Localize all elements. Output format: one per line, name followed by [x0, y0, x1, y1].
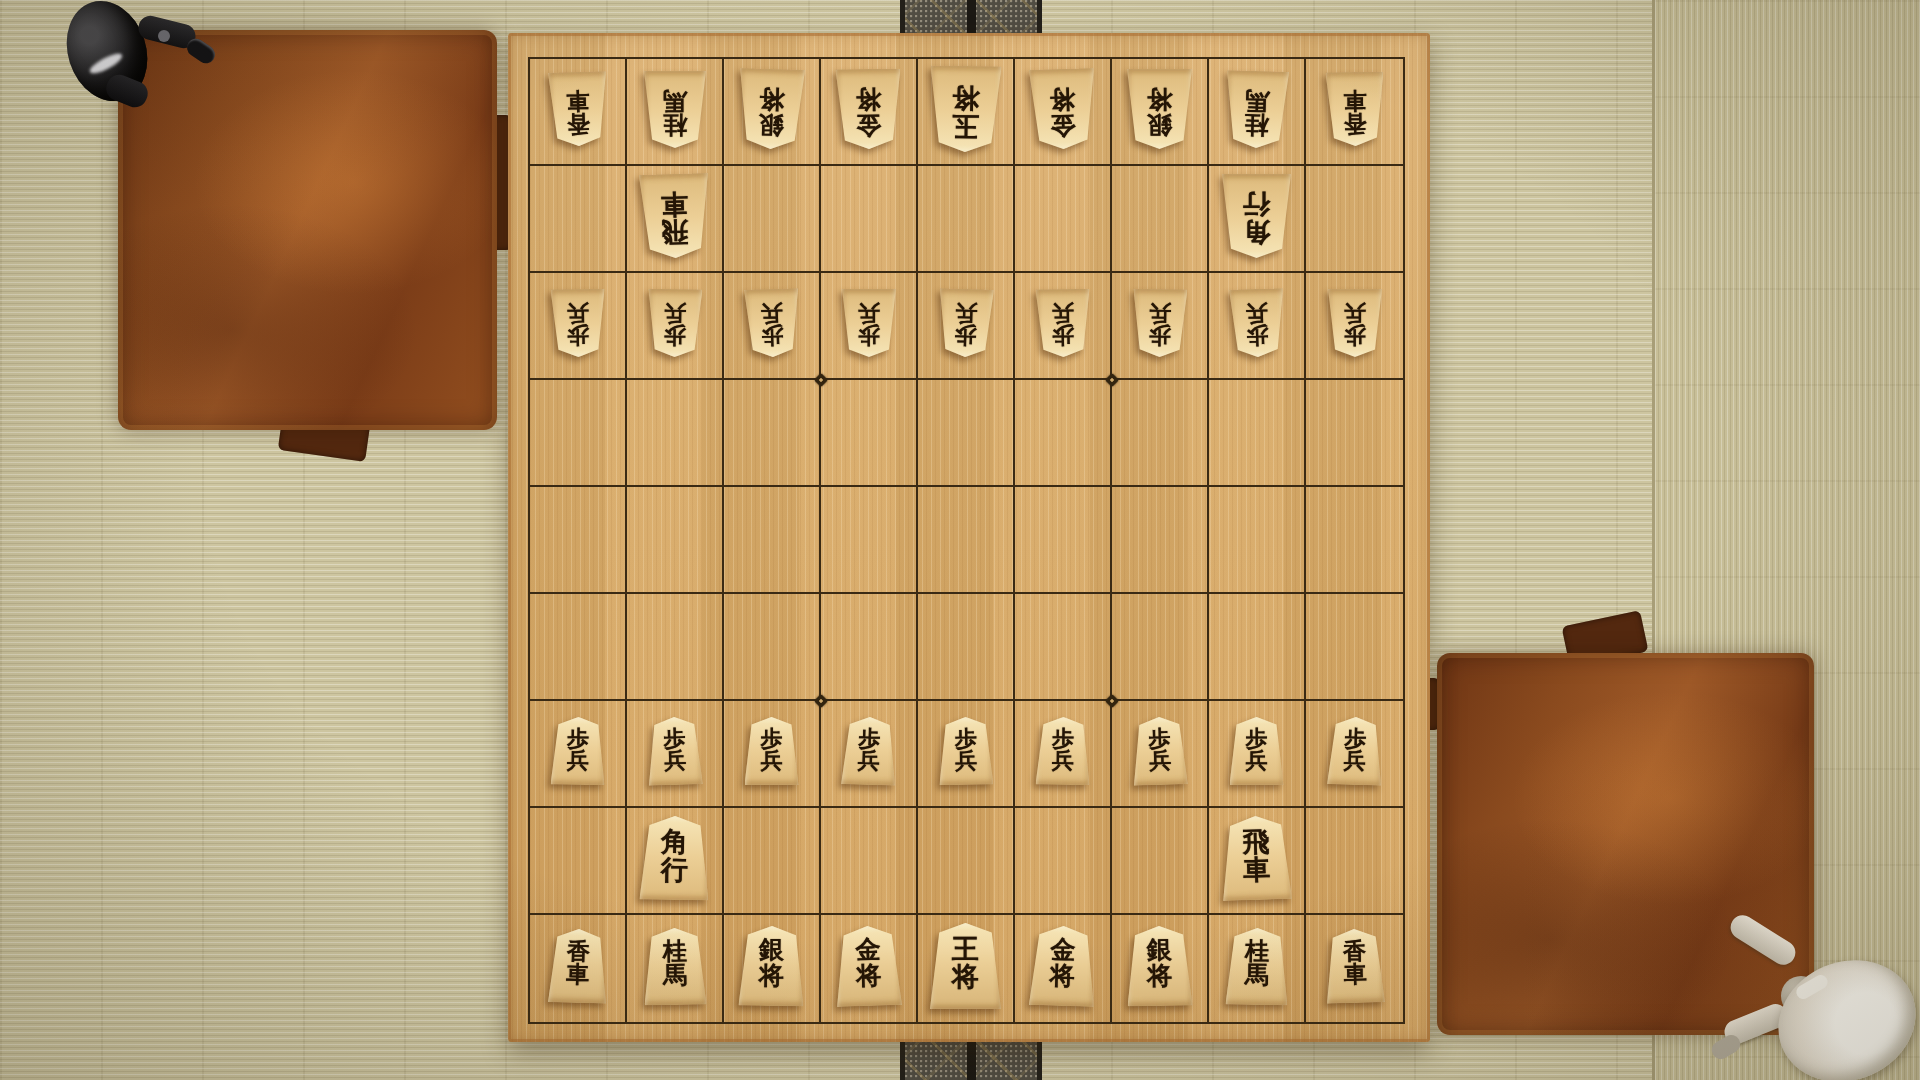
piece-kanji: 飛 — [661, 218, 689, 246]
piece-kanji: 行 — [1243, 191, 1270, 219]
board-cell[interactable] — [821, 487, 918, 594]
piece-kanji: 将 — [952, 85, 979, 113]
shogi-piece-fu[interactable]: 歩兵 — [1133, 289, 1187, 357]
shogi-board: 香車桂馬銀将金将玉将金将銀将桂馬香車飛車角行歩兵歩兵歩兵歩兵歩兵歩兵歩兵歩兵歩兵… — [508, 33, 1430, 1042]
board-cell[interactable]: 王将 — [918, 915, 1015, 1022]
piece-kanji: 将 — [856, 87, 881, 113]
piece-kanji: 角 — [1243, 218, 1270, 246]
piece-kanji: 歩 — [1246, 727, 1268, 749]
shogi-piece-kyo[interactable]: 香車 — [549, 72, 607, 146]
board-cell[interactable] — [821, 594, 918, 701]
piece-kanji: 馬 — [663, 88, 687, 112]
board-cell[interactable] — [918, 166, 1015, 273]
robot-joint — [158, 30, 170, 42]
board-cell[interactable]: 歩兵 — [918, 273, 1015, 380]
board-cell[interactable]: 歩兵 — [530, 701, 627, 808]
board-cell[interactable] — [530, 166, 627, 273]
shogi-piece-gin[interactable]: 銀将 — [1127, 926, 1192, 1006]
board-cell[interactable]: 金将 — [821, 915, 918, 1022]
board-cell[interactable]: 歩兵 — [1209, 273, 1306, 380]
shogi-piece-kyo[interactable]: 香車 — [1326, 929, 1384, 1003]
board-cell[interactable]: 銀将 — [724, 915, 821, 1022]
board-cell[interactable] — [724, 166, 821, 273]
shogi-piece-fu[interactable]: 歩兵 — [1230, 717, 1284, 785]
piece-kanji: 香 — [1342, 939, 1366, 963]
shogi-piece-fu[interactable]: 歩兵 — [939, 717, 993, 785]
piece-kanji: 金 — [1050, 937, 1076, 963]
board-cell[interactable]: 飛車 — [627, 166, 724, 273]
shogi-piece-fu[interactable]: 歩兵 — [939, 289, 993, 357]
board-cell[interactable]: 香車 — [1306, 915, 1403, 1022]
shogi-piece-kei[interactable]: 桂馬 — [1226, 928, 1288, 1005]
piece-kanji: 兵 — [857, 749, 880, 772]
piece-kanji: 歩 — [1246, 324, 1269, 347]
shogi-piece-fu[interactable]: 歩兵 — [1133, 717, 1187, 785]
shogi-piece-fu[interactable]: 歩兵 — [1230, 289, 1284, 357]
piece-kanji: 兵 — [1051, 302, 1073, 325]
shogi-piece-kyo[interactable]: 香車 — [1326, 72, 1384, 146]
shogi-piece-gin[interactable]: 銀将 — [1127, 69, 1192, 149]
board-cell[interactable]: 歩兵 — [1209, 701, 1306, 808]
shogi-piece-kin[interactable]: 金将 — [836, 926, 901, 1006]
shogi-piece-fu[interactable]: 歩兵 — [1328, 289, 1382, 357]
piece-kanji: 兵 — [1148, 749, 1171, 772]
board-cell[interactable] — [1209, 380, 1306, 487]
piece-kanji: 行 — [661, 855, 688, 883]
board-cell[interactable] — [1306, 594, 1403, 701]
board-cell[interactable]: 金将 — [1015, 915, 1112, 1022]
board-cell[interactable]: 玉将 — [918, 59, 1015, 166]
piece-kanji: 車 — [565, 962, 589, 986]
board-cell[interactable]: 歩兵 — [724, 701, 821, 808]
board-grid: 香車桂馬銀将金将玉将金将銀将桂馬香車飛車角行歩兵歩兵歩兵歩兵歩兵歩兵歩兵歩兵歩兵… — [528, 57, 1405, 1024]
board-cell[interactable]: 銀将 — [1112, 59, 1209, 166]
board-cell[interactable] — [724, 594, 821, 701]
board-cell[interactable] — [1306, 166, 1403, 273]
piece-kanji: 歩 — [1344, 325, 1366, 347]
white-robot-figure — [1685, 920, 1920, 1080]
piece-kanji: 王 — [952, 935, 979, 963]
board-cell[interactable]: 角行 — [627, 808, 724, 915]
board-cell[interactable]: 歩兵 — [1306, 273, 1403, 380]
piece-kanji: 歩 — [954, 324, 977, 347]
board-cell[interactable]: 歩兵 — [821, 273, 918, 380]
board-cell[interactable]: 桂馬 — [1209, 915, 1306, 1022]
piece-kanji: 金 — [856, 112, 881, 138]
piece-kanji: 歩 — [1148, 324, 1170, 347]
board-cell[interactable]: 歩兵 — [530, 273, 627, 380]
board-cell[interactable] — [821, 808, 918, 915]
piece-kanji: 兵 — [761, 749, 783, 771]
piece-kanji: 香 — [566, 939, 590, 963]
board-cell[interactable]: 香車 — [530, 915, 627, 1022]
shogi-piece-fu[interactable]: 歩兵 — [551, 717, 605, 785]
piece-kanji: 兵 — [760, 302, 783, 325]
piece-kanji: 馬 — [1244, 963, 1268, 988]
piece-kanji: 兵 — [1344, 302, 1366, 324]
board-cell[interactable]: 桂馬 — [627, 59, 724, 166]
piece-kanji: 歩 — [1052, 324, 1074, 347]
piece-kanji: 歩 — [954, 727, 976, 750]
board-cell[interactable] — [918, 808, 1015, 915]
shogi-piece-fu[interactable]: 歩兵 — [1328, 717, 1382, 785]
board-cell[interactable] — [821, 166, 918, 273]
piece-kanji: 兵 — [566, 302, 588, 325]
piece-kanji: 歩 — [1052, 727, 1074, 750]
piece-kanji: 車 — [1343, 962, 1367, 986]
board-cell[interactable]: 桂馬 — [627, 915, 724, 1022]
board-cell[interactable] — [1015, 594, 1112, 701]
board-cell[interactable] — [724, 808, 821, 915]
board-cell[interactable]: 歩兵 — [1015, 701, 1112, 808]
board-cell[interactable]: 香車 — [530, 59, 627, 166]
shogi-piece-fu[interactable]: 歩兵 — [551, 289, 605, 357]
board-cell[interactable] — [724, 487, 821, 594]
board-cell[interactable]: 銀将 — [724, 59, 821, 166]
board-cell[interactable]: 歩兵 — [1015, 273, 1112, 380]
board-cell[interactable]: 金将 — [1015, 59, 1112, 166]
piece-kanji: 銀 — [758, 112, 784, 138]
board-cell[interactable] — [627, 487, 724, 594]
piece-kanji: 将 — [1147, 87, 1172, 113]
board-cell[interactable] — [1306, 380, 1403, 487]
piece-kanji: 将 — [856, 962, 882, 988]
piece-kanji: 銀 — [1147, 937, 1172, 963]
board-cell[interactable]: 歩兵 — [1112, 273, 1209, 380]
board-cell[interactable] — [627, 380, 724, 487]
board-cell[interactable] — [1015, 808, 1112, 915]
board-cell[interactable] — [918, 487, 1015, 594]
board-cell[interactable] — [530, 594, 627, 701]
board-cell[interactable]: 金将 — [821, 59, 918, 166]
shogi-piece-kei[interactable]: 桂馬 — [1226, 71, 1288, 148]
piece-kanji: 角 — [661, 828, 688, 856]
piece-kanji: 金 — [855, 937, 881, 963]
shogi-piece-fu[interactable]: 歩兵 — [842, 717, 896, 785]
board-cell[interactable] — [1112, 808, 1209, 915]
board-cell[interactable]: 歩兵 — [918, 701, 1015, 808]
board-cell[interactable]: 飛車 — [1209, 808, 1306, 915]
piece-kanji: 将 — [759, 962, 784, 988]
piece-kanji: 兵 — [1051, 749, 1073, 772]
board-cell[interactable] — [1112, 487, 1209, 594]
board-cell[interactable]: 歩兵 — [724, 273, 821, 380]
board-cell[interactable] — [1015, 380, 1112, 487]
piece-kanji: 兵 — [954, 302, 977, 325]
board-cell[interactable] — [918, 594, 1015, 701]
shogi-piece-kin[interactable]: 金将 — [836, 69, 901, 149]
shogi-piece-kei[interactable]: 桂馬 — [644, 928, 706, 1005]
piece-kanji: 将 — [952, 963, 979, 991]
board-cell[interactable] — [530, 380, 627, 487]
board-cell[interactable] — [1209, 594, 1306, 701]
piece-kanji: 玉 — [952, 112, 979, 140]
piece-kanji: 車 — [1243, 855, 1271, 883]
shogi-piece-gin[interactable]: 銀将 — [739, 69, 804, 149]
piece-kanji: 銀 — [1147, 113, 1172, 139]
board-cell[interactable] — [1306, 487, 1403, 594]
board-cell[interactable] — [1112, 380, 1209, 487]
piece-kanji: 香 — [566, 112, 590, 136]
shogi-piece-fu[interactable]: 歩兵 — [1036, 289, 1090, 357]
board-cell[interactable] — [1209, 487, 1306, 594]
board-cell[interactable] — [1112, 594, 1209, 701]
piece-kanji: 兵 — [1245, 302, 1268, 325]
piece-kanji: 将 — [1147, 962, 1172, 988]
piece-kanji: 歩 — [858, 325, 880, 347]
piece-kanji: 飛 — [1242, 828, 1270, 856]
piece-kanji: 香 — [1343, 112, 1366, 136]
board-cell[interactable]: 角行 — [1209, 166, 1306, 273]
board-cell[interactable]: 歩兵 — [1112, 701, 1209, 808]
board-cell[interactable]: 歩兵 — [1306, 701, 1403, 808]
piece-kanji: 桂 — [663, 112, 687, 136]
shogi-piece-gin[interactable]: 銀将 — [739, 926, 804, 1006]
piece-kanji: 馬 — [1244, 87, 1269, 112]
piece-kanji: 車 — [565, 89, 589, 113]
board-cell[interactable]: 桂馬 — [1209, 59, 1306, 166]
shogi-piece-hi[interactable]: 飛車 — [640, 174, 709, 258]
board-cell[interactable]: 歩兵 — [821, 701, 918, 808]
board-cell[interactable]: 銀将 — [1112, 915, 1209, 1022]
black-robot-figure — [58, 0, 218, 120]
piece-kanji: 歩 — [761, 727, 783, 749]
piece-kanji: 車 — [660, 191, 688, 219]
shogi-piece-fu[interactable]: 歩兵 — [648, 717, 702, 785]
shogi-piece-kyo[interactable]: 香車 — [549, 929, 607, 1003]
board-cell[interactable]: 歩兵 — [627, 701, 724, 808]
shogi-piece-kin[interactable]: 金将 — [1030, 926, 1095, 1006]
piece-kanji: 車 — [1343, 89, 1366, 113]
board-cell[interactable] — [1015, 166, 1112, 273]
piece-kanji: 兵 — [663, 749, 686, 772]
board-cell[interactable] — [1112, 166, 1209, 273]
board-cell[interactable] — [530, 487, 627, 594]
shogi-piece-hi[interactable]: 飛車 — [1222, 816, 1291, 900]
board-cell[interactable] — [821, 380, 918, 487]
board-cell[interactable] — [627, 594, 724, 701]
board-cell[interactable] — [1015, 487, 1112, 594]
shogi-piece-fu[interactable]: 歩兵 — [842, 289, 896, 357]
board-cell[interactable] — [724, 380, 821, 487]
board-cell[interactable]: 歩兵 — [627, 273, 724, 380]
shogi-piece-fu[interactable]: 歩兵 — [1036, 717, 1090, 785]
board-cell[interactable] — [918, 380, 1015, 487]
shogi-piece-ou[interactable]: 王将 — [930, 923, 1001, 1009]
shogi-piece-kaku[interactable]: 角行 — [1222, 174, 1291, 258]
piece-kanji: 兵 — [663, 302, 685, 325]
shogi-piece-fu[interactable]: 歩兵 — [648, 289, 702, 357]
shogi-piece-fu[interactable]: 歩兵 — [745, 717, 799, 785]
piece-kanji: 兵 — [566, 749, 588, 772]
shogi-piece-kei[interactable]: 桂馬 — [644, 71, 706, 148]
piece-kanji: 兵 — [1246, 749, 1268, 771]
shogi-piece-fu[interactable]: 歩兵 — [745, 289, 799, 357]
piece-kanji: 歩 — [663, 324, 685, 347]
piece-kanji: 兵 — [1343, 749, 1366, 772]
piece-kanji: 兵 — [1148, 302, 1170, 325]
shogi-piece-kin[interactable]: 金将 — [1030, 69, 1095, 149]
piece-kanji: 歩 — [761, 324, 784, 347]
piece-kanji: 将 — [1049, 87, 1075, 113]
board-cell[interactable] — [1306, 808, 1403, 915]
piece-kanji: 金 — [1050, 112, 1076, 138]
piece-kanji: 兵 — [858, 302, 880, 324]
piece-kanji: 銀 — [759, 937, 784, 963]
shogi-scene: 香車桂馬銀将金将玉将金将銀将桂馬香車飛車角行歩兵歩兵歩兵歩兵歩兵歩兵歩兵歩兵歩兵… — [0, 0, 1920, 1080]
piece-kanji: 将 — [1049, 962, 1075, 988]
piece-kanji: 馬 — [662, 963, 686, 988]
piece-kanji: 歩 — [567, 324, 589, 347]
board-cell[interactable]: 香車 — [1306, 59, 1403, 166]
board-cell[interactable] — [530, 808, 627, 915]
robot-arm — [1726, 911, 1800, 970]
piece-kanji: 兵 — [954, 749, 976, 772]
shogi-piece-gyoku[interactable]: 玉将 — [930, 66, 1001, 152]
piece-kanji: 将 — [759, 87, 785, 113]
shogi-piece-kaku[interactable]: 角行 — [640, 816, 709, 900]
piece-kanji: 歩 — [567, 727, 589, 750]
